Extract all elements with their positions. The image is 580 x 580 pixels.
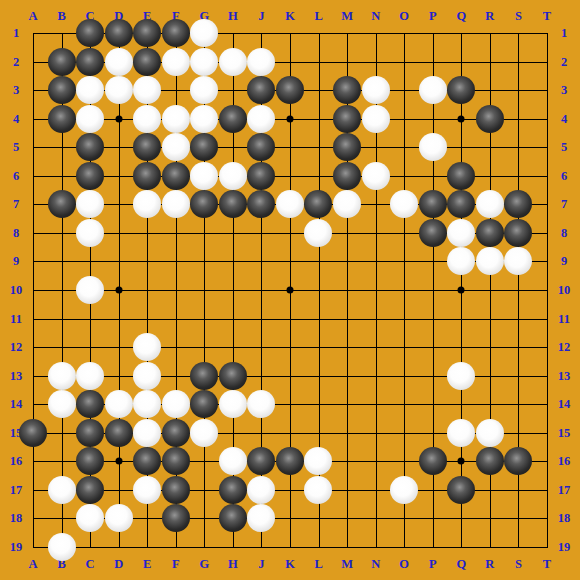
intersection-T17[interactable] [533,475,562,504]
intersection-C13[interactable] [76,361,105,390]
intersection-K19[interactable] [276,533,305,562]
intersection-J18[interactable] [247,504,276,533]
intersection-O4[interactable] [390,104,419,133]
intersection-G9[interactable] [190,247,219,276]
intersection-K10[interactable] [276,276,305,305]
intersection-P7[interactable] [418,190,447,219]
intersection-A9[interactable] [19,247,48,276]
intersection-D10[interactable] [104,276,133,305]
intersection-E6[interactable] [133,161,162,190]
intersection-R6[interactable] [475,161,504,190]
intersection-S4[interactable] [504,104,533,133]
intersection-T12[interactable] [533,333,562,362]
intersection-D8[interactable] [104,219,133,248]
intersection-O16[interactable] [390,447,419,476]
intersection-M4[interactable] [333,104,362,133]
intersection-H19[interactable] [219,533,248,562]
intersection-Q12[interactable] [447,333,476,362]
intersection-E19[interactable] [133,533,162,562]
intersection-C9[interactable] [76,247,105,276]
intersection-T14[interactable] [533,390,562,419]
intersection-E11[interactable] [133,304,162,333]
intersection-J4[interactable] [247,104,276,133]
intersection-D9[interactable] [104,247,133,276]
intersection-J12[interactable] [247,333,276,362]
intersection-E9[interactable] [133,247,162,276]
intersection-H5[interactable] [219,133,248,162]
intersection-P2[interactable] [418,47,447,76]
intersection-L3[interactable] [304,76,333,105]
intersection-D1[interactable] [104,19,133,48]
intersection-L16[interactable] [304,447,333,476]
intersection-B1[interactable] [47,19,76,48]
intersection-L1[interactable] [304,19,333,48]
intersection-O2[interactable] [390,47,419,76]
intersection-O8[interactable] [390,219,419,248]
intersection-F11[interactable] [161,304,190,333]
intersection-F7[interactable] [161,190,190,219]
intersection-N10[interactable] [361,276,390,305]
intersection-E16[interactable] [133,447,162,476]
intersection-S11[interactable] [504,304,533,333]
intersection-M13[interactable] [333,361,362,390]
intersection-H11[interactable] [219,304,248,333]
intersection-L12[interactable] [304,333,333,362]
intersection-P1[interactable] [418,19,447,48]
intersection-G17[interactable] [190,475,219,504]
intersection-K17[interactable] [276,475,305,504]
intersection-Q14[interactable] [447,390,476,419]
intersection-R7[interactable] [475,190,504,219]
intersection-J19[interactable] [247,533,276,562]
intersection-H10[interactable] [219,276,248,305]
intersection-M8[interactable] [333,219,362,248]
intersection-H3[interactable] [219,76,248,105]
intersection-R17[interactable] [475,475,504,504]
intersection-M14[interactable] [333,390,362,419]
intersection-P8[interactable] [418,219,447,248]
intersection-A17[interactable] [19,475,48,504]
intersection-A14[interactable] [19,390,48,419]
intersection-L6[interactable] [304,161,333,190]
intersection-J5[interactable] [247,133,276,162]
intersection-Q9[interactable] [447,247,476,276]
intersection-H15[interactable] [219,418,248,447]
intersection-C10[interactable] [76,276,105,305]
intersection-C4[interactable] [76,104,105,133]
intersection-E7[interactable] [133,190,162,219]
intersection-C14[interactable] [76,390,105,419]
intersection-J16[interactable] [247,447,276,476]
intersection-F2[interactable] [161,47,190,76]
intersection-A16[interactable] [19,447,48,476]
intersection-N16[interactable] [361,447,390,476]
intersection-H9[interactable] [219,247,248,276]
intersection-S14[interactable] [504,390,533,419]
intersection-G12[interactable] [190,333,219,362]
intersection-S8[interactable] [504,219,533,248]
intersection-B14[interactable] [47,390,76,419]
intersection-J15[interactable] [247,418,276,447]
intersection-K7[interactable] [276,190,305,219]
intersection-S9[interactable] [504,247,533,276]
intersection-E18[interactable] [133,504,162,533]
intersection-P3[interactable] [418,76,447,105]
intersection-K3[interactable] [276,76,305,105]
intersection-L9[interactable] [304,247,333,276]
intersection-H7[interactable] [219,190,248,219]
intersection-F12[interactable] [161,333,190,362]
intersection-R16[interactable] [475,447,504,476]
intersection-J10[interactable] [247,276,276,305]
intersection-L18[interactable] [304,504,333,533]
intersection-M1[interactable] [333,19,362,48]
intersection-J11[interactable] [247,304,276,333]
intersection-Q2[interactable] [447,47,476,76]
intersection-G13[interactable] [190,361,219,390]
intersection-H8[interactable] [219,219,248,248]
intersection-N4[interactable] [361,104,390,133]
intersection-N2[interactable] [361,47,390,76]
intersection-F19[interactable] [161,533,190,562]
intersection-C18[interactable] [76,504,105,533]
intersection-F6[interactable] [161,161,190,190]
intersection-G11[interactable] [190,304,219,333]
intersection-B7[interactable] [47,190,76,219]
intersection-C2[interactable] [76,47,105,76]
intersection-S16[interactable] [504,447,533,476]
intersection-A4[interactable] [19,104,48,133]
intersection-A1[interactable] [19,19,48,48]
intersection-C16[interactable] [76,447,105,476]
intersection-F4[interactable] [161,104,190,133]
intersection-G14[interactable] [190,390,219,419]
intersection-D15[interactable] [104,418,133,447]
intersection-S13[interactable] [504,361,533,390]
intersection-T11[interactable] [533,304,562,333]
intersection-S18[interactable] [504,504,533,533]
intersection-A15[interactable] [19,418,48,447]
intersection-E1[interactable] [133,19,162,48]
intersection-R19[interactable] [475,533,504,562]
intersection-H2[interactable] [219,47,248,76]
intersection-A2[interactable] [19,47,48,76]
intersection-K12[interactable] [276,333,305,362]
intersection-Q3[interactable] [447,76,476,105]
intersection-B9[interactable] [47,247,76,276]
intersection-G10[interactable] [190,276,219,305]
intersection-J13[interactable] [247,361,276,390]
intersection-P13[interactable] [418,361,447,390]
intersection-B16[interactable] [47,447,76,476]
intersection-N15[interactable] [361,418,390,447]
intersection-F8[interactable] [161,219,190,248]
intersection-A5[interactable] [19,133,48,162]
intersection-A10[interactable] [19,276,48,305]
intersection-D17[interactable] [104,475,133,504]
intersection-B6[interactable] [47,161,76,190]
intersection-F14[interactable] [161,390,190,419]
intersection-D5[interactable] [104,133,133,162]
intersection-K1[interactable] [276,19,305,48]
intersection-K4[interactable] [276,104,305,133]
intersection-T1[interactable] [533,19,562,48]
intersection-H12[interactable] [219,333,248,362]
intersection-K8[interactable] [276,219,305,248]
intersection-D16[interactable] [104,447,133,476]
intersection-S17[interactable] [504,475,533,504]
intersection-A3[interactable] [19,76,48,105]
intersection-P19[interactable] [418,533,447,562]
intersection-B19[interactable] [47,533,76,562]
intersection-C1[interactable] [76,19,105,48]
intersection-N12[interactable] [361,333,390,362]
intersection-M15[interactable] [333,418,362,447]
intersection-Q10[interactable] [447,276,476,305]
intersection-M2[interactable] [333,47,362,76]
intersection-R5[interactable] [475,133,504,162]
intersection-T19[interactable] [533,533,562,562]
intersection-P6[interactable] [418,161,447,190]
intersection-Q8[interactable] [447,219,476,248]
intersection-O13[interactable] [390,361,419,390]
intersection-G18[interactable] [190,504,219,533]
intersection-A13[interactable] [19,361,48,390]
intersection-Q4[interactable] [447,104,476,133]
intersection-R13[interactable] [475,361,504,390]
intersection-D3[interactable] [104,76,133,105]
intersection-H17[interactable] [219,475,248,504]
intersection-F5[interactable] [161,133,190,162]
intersection-R2[interactable] [475,47,504,76]
intersection-M16[interactable] [333,447,362,476]
intersection-E17[interactable] [133,475,162,504]
intersection-Q7[interactable] [447,190,476,219]
intersection-D11[interactable] [104,304,133,333]
intersection-M5[interactable] [333,133,362,162]
intersection-K16[interactable] [276,447,305,476]
intersection-N7[interactable] [361,190,390,219]
intersection-F1[interactable] [161,19,190,48]
intersection-E12[interactable] [133,333,162,362]
intersection-B17[interactable] [47,475,76,504]
intersection-N14[interactable] [361,390,390,419]
intersection-S6[interactable] [504,161,533,190]
intersection-H1[interactable] [219,19,248,48]
intersection-M12[interactable] [333,333,362,362]
intersection-G3[interactable] [190,76,219,105]
intersection-A11[interactable] [19,304,48,333]
intersection-T9[interactable] [533,247,562,276]
intersection-P17[interactable] [418,475,447,504]
intersection-G6[interactable] [190,161,219,190]
intersection-S2[interactable] [504,47,533,76]
intersection-K5[interactable] [276,133,305,162]
intersection-K9[interactable] [276,247,305,276]
intersection-N18[interactable] [361,504,390,533]
intersection-O17[interactable] [390,475,419,504]
intersection-R3[interactable] [475,76,504,105]
intersection-L4[interactable] [304,104,333,133]
intersection-D14[interactable] [104,390,133,419]
intersection-M9[interactable] [333,247,362,276]
intersection-O18[interactable] [390,504,419,533]
intersection-E4[interactable] [133,104,162,133]
intersection-E10[interactable] [133,276,162,305]
intersection-M18[interactable] [333,504,362,533]
intersection-A7[interactable] [19,190,48,219]
intersection-O10[interactable] [390,276,419,305]
intersection-F18[interactable] [161,504,190,533]
intersection-P11[interactable] [418,304,447,333]
intersection-D7[interactable] [104,190,133,219]
intersection-F13[interactable] [161,361,190,390]
intersection-T7[interactable] [533,190,562,219]
intersection-T13[interactable] [533,361,562,390]
intersection-O3[interactable] [390,76,419,105]
intersection-L2[interactable] [304,47,333,76]
intersection-N13[interactable] [361,361,390,390]
intersection-O1[interactable] [390,19,419,48]
intersection-O11[interactable] [390,304,419,333]
intersection-T18[interactable] [533,504,562,533]
intersection-K2[interactable] [276,47,305,76]
intersection-N11[interactable] [361,304,390,333]
intersection-Q11[interactable] [447,304,476,333]
intersection-R11[interactable] [475,304,504,333]
intersection-R4[interactable] [475,104,504,133]
intersection-M17[interactable] [333,475,362,504]
intersection-L11[interactable] [304,304,333,333]
intersection-F17[interactable] [161,475,190,504]
intersection-J1[interactable] [247,19,276,48]
intersection-M10[interactable] [333,276,362,305]
intersection-N5[interactable] [361,133,390,162]
intersection-B3[interactable] [47,76,76,105]
intersection-S12[interactable] [504,333,533,362]
intersection-Q18[interactable] [447,504,476,533]
intersection-Q1[interactable] [447,19,476,48]
intersection-F10[interactable] [161,276,190,305]
intersection-C12[interactable] [76,333,105,362]
intersection-G4[interactable] [190,104,219,133]
intersection-D13[interactable] [104,361,133,390]
intersection-J2[interactable] [247,47,276,76]
intersection-M6[interactable] [333,161,362,190]
intersection-R1[interactable] [475,19,504,48]
intersection-P10[interactable] [418,276,447,305]
intersection-S19[interactable] [504,533,533,562]
intersection-B11[interactable] [47,304,76,333]
intersection-O6[interactable] [390,161,419,190]
intersection-K15[interactable] [276,418,305,447]
intersection-R14[interactable] [475,390,504,419]
intersection-T15[interactable] [533,418,562,447]
intersection-P16[interactable] [418,447,447,476]
intersection-N9[interactable] [361,247,390,276]
intersection-L5[interactable] [304,133,333,162]
intersection-S10[interactable] [504,276,533,305]
intersection-P14[interactable] [418,390,447,419]
intersection-Q13[interactable] [447,361,476,390]
intersection-T16[interactable] [533,447,562,476]
intersection-B18[interactable] [47,504,76,533]
intersection-L17[interactable] [304,475,333,504]
intersection-C3[interactable] [76,76,105,105]
intersection-G1[interactable] [190,19,219,48]
intersection-K18[interactable] [276,504,305,533]
intersection-F16[interactable] [161,447,190,476]
intersection-R8[interactable] [475,219,504,248]
intersection-J6[interactable] [247,161,276,190]
intersection-A18[interactable] [19,504,48,533]
intersection-N17[interactable] [361,475,390,504]
intersection-D4[interactable] [104,104,133,133]
intersection-E5[interactable] [133,133,162,162]
intersection-B8[interactable] [47,219,76,248]
intersection-L15[interactable] [304,418,333,447]
intersection-O7[interactable] [390,190,419,219]
intersection-O5[interactable] [390,133,419,162]
intersection-T4[interactable] [533,104,562,133]
intersection-G8[interactable] [190,219,219,248]
intersection-S3[interactable] [504,76,533,105]
intersection-P15[interactable] [418,418,447,447]
intersection-J3[interactable] [247,76,276,105]
intersection-C7[interactable] [76,190,105,219]
intersection-Q17[interactable] [447,475,476,504]
intersection-G19[interactable] [190,533,219,562]
intersection-E13[interactable] [133,361,162,390]
intersection-S5[interactable] [504,133,533,162]
intersection-C11[interactable] [76,304,105,333]
intersection-P5[interactable] [418,133,447,162]
intersection-J7[interactable] [247,190,276,219]
intersection-J8[interactable] [247,219,276,248]
intersection-C19[interactable] [76,533,105,562]
intersection-L14[interactable] [304,390,333,419]
intersection-G15[interactable] [190,418,219,447]
intersection-P18[interactable] [418,504,447,533]
intersection-R12[interactable] [475,333,504,362]
intersection-L7[interactable] [304,190,333,219]
intersection-B5[interactable] [47,133,76,162]
intersection-O14[interactable] [390,390,419,419]
intersection-T8[interactable] [533,219,562,248]
intersection-E2[interactable] [133,47,162,76]
intersection-N19[interactable] [361,533,390,562]
intersection-D12[interactable] [104,333,133,362]
intersection-T5[interactable] [533,133,562,162]
intersection-D19[interactable] [104,533,133,562]
intersection-B2[interactable] [47,47,76,76]
intersection-N3[interactable] [361,76,390,105]
intersection-T6[interactable] [533,161,562,190]
intersection-Q19[interactable] [447,533,476,562]
intersection-C8[interactable] [76,219,105,248]
intersection-G2[interactable] [190,47,219,76]
intersection-E15[interactable] [133,418,162,447]
intersection-O9[interactable] [390,247,419,276]
intersection-D2[interactable] [104,47,133,76]
intersection-H4[interactable] [219,104,248,133]
intersection-M7[interactable] [333,190,362,219]
intersection-A12[interactable] [19,333,48,362]
intersection-E8[interactable] [133,219,162,248]
intersection-H18[interactable] [219,504,248,533]
intersection-B4[interactable] [47,104,76,133]
intersection-A19[interactable] [19,533,48,562]
